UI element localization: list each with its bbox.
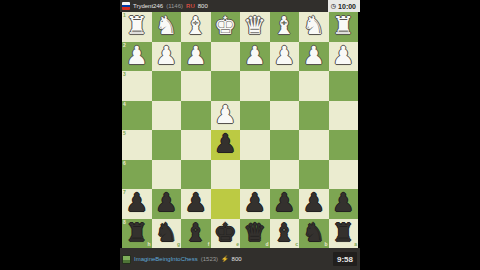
square-e3[interactable]	[211, 71, 241, 101]
square-d1[interactable]: ♛	[240, 12, 270, 42]
square-f5[interactable]	[181, 130, 211, 160]
black-rook-a8[interactable]: ♜	[332, 220, 354, 245]
rank-label-6: 6	[123, 161, 126, 166]
square-b1[interactable]: ♞	[299, 12, 329, 42]
rank-label-5: 5	[123, 131, 126, 136]
square-h5[interactable]: 5	[122, 130, 152, 160]
square-b8[interactable]: b♞	[299, 219, 329, 249]
square-d4[interactable]	[240, 101, 270, 131]
square-c5[interactable]	[270, 130, 300, 160]
white-pawn-b2[interactable]: ♟	[303, 43, 325, 68]
bottom-player-suffix: 800	[232, 256, 242, 262]
top-player-clock: ◷ 10:00	[328, 0, 360, 12]
black-queen-d8[interactable]: ♛	[244, 220, 266, 245]
square-a2[interactable]: ♟	[329, 42, 359, 72]
square-c2[interactable]: ♟	[270, 42, 300, 72]
file-label-a: a	[354, 242, 357, 247]
square-d3[interactable]	[240, 71, 270, 101]
game-view: Trydent246 (1146) RU 800 ◷ 10:00 1♜♞♝♚♛♝…	[120, 0, 360, 270]
bottom-player-name: ImagineBeingIntoChess	[134, 256, 198, 262]
white-pawn-g2[interactable]: ♟	[155, 43, 177, 68]
square-f3[interactable]	[181, 71, 211, 101]
file-label-e: e	[236, 242, 239, 247]
square-b7[interactable]: ♟	[299, 189, 329, 219]
square-f6[interactable]	[181, 160, 211, 190]
top-player-suffix: 800	[198, 3, 208, 9]
white-queen-d1[interactable]: ♛	[244, 13, 266, 38]
white-pawn-e4[interactable]: ♟	[214, 102, 236, 127]
black-pawn-e5[interactable]: ♟	[214, 131, 236, 156]
square-a7[interactable]: ♟	[329, 189, 359, 219]
square-e1[interactable]: ♚	[211, 12, 241, 42]
black-pawn-b7[interactable]: ♟	[303, 190, 325, 215]
square-a4[interactable]	[329, 101, 359, 131]
square-c8[interactable]: c♝	[270, 219, 300, 249]
square-d6[interactable]	[240, 160, 270, 190]
black-pawn-d7[interactable]: ♟	[244, 190, 266, 215]
square-e5[interactable]: ♟	[211, 130, 241, 160]
black-pawn-g7[interactable]: ♟	[155, 190, 177, 215]
square-e4[interactable]: ♟	[211, 101, 241, 131]
top-player-rating: (1146)	[166, 3, 183, 9]
square-h7[interactable]: 7♟	[122, 189, 152, 219]
bottom-player-avatar	[122, 255, 131, 264]
square-b5[interactable]	[299, 130, 329, 160]
bottom-clock-time: 9:58	[337, 255, 353, 264]
square-g7[interactable]: ♟	[152, 189, 182, 219]
square-h6[interactable]: 6	[122, 160, 152, 190]
square-a8[interactable]: a♜	[329, 219, 359, 249]
square-e2[interactable]	[211, 42, 241, 72]
square-d2[interactable]: ♟	[240, 42, 270, 72]
white-rook-h1[interactable]: ♜	[126, 13, 148, 38]
square-a6[interactable]	[329, 160, 359, 190]
square-h3[interactable]: 3	[122, 71, 152, 101]
square-d5[interactable]	[240, 130, 270, 160]
black-rook-h8[interactable]: ♜	[126, 220, 148, 245]
square-a3[interactable]	[329, 71, 359, 101]
square-b2[interactable]: ♟	[299, 42, 329, 72]
square-c6[interactable]	[270, 160, 300, 190]
black-pawn-h7[interactable]: ♟	[126, 190, 148, 215]
white-pawn-a2[interactable]: ♟	[332, 43, 354, 68]
square-h1[interactable]: 1♜	[122, 12, 152, 42]
white-bishop-f1[interactable]: ♝	[185, 13, 207, 38]
square-g2[interactable]: ♟	[152, 42, 182, 72]
square-f1[interactable]: ♝	[181, 12, 211, 42]
white-pawn-c2[interactable]: ♟	[273, 43, 295, 68]
black-pawn-a7[interactable]: ♟	[332, 190, 354, 215]
square-c7[interactable]: ♟	[270, 189, 300, 219]
square-b3[interactable]	[299, 71, 329, 101]
bottom-player-bar: ImagineBeingIntoChess (1523) ⚡ 800 9:58	[120, 248, 360, 270]
square-f4[interactable]	[181, 101, 211, 131]
russia-flag-avatar	[122, 2, 130, 10]
square-h2[interactable]: 2♟	[122, 42, 152, 72]
square-c1[interactable]: ♝	[270, 12, 300, 42]
square-f7[interactable]: ♟	[181, 189, 211, 219]
square-a5[interactable]	[329, 130, 359, 160]
white-pawn-h2[interactable]: ♟	[126, 43, 148, 68]
top-player-bar: Trydent246 (1146) RU 800 ◷ 10:00	[120, 0, 360, 12]
white-rook-a1[interactable]: ♜	[332, 13, 354, 38]
square-b6[interactable]	[299, 160, 329, 190]
rank-label-3: 3	[123, 72, 126, 77]
square-d7[interactable]: ♟	[240, 189, 270, 219]
bottom-player-rating: (1523)	[201, 256, 218, 262]
square-c4[interactable]	[270, 101, 300, 131]
black-king-e8[interactable]: ♚	[214, 220, 236, 245]
file-label-c: c	[295, 242, 298, 247]
square-d8[interactable]: d♛	[240, 219, 270, 249]
black-bishop-c8[interactable]: ♝	[273, 220, 295, 245]
square-a1[interactable]: ♜	[329, 12, 359, 42]
square-e8[interactable]: e♚	[211, 219, 241, 249]
square-g1[interactable]: ♞	[152, 12, 182, 42]
top-clock-time: 10:00	[338, 3, 356, 10]
screen: Trydent246 (1146) RU 800 ◷ 10:00 1♜♞♝♚♛♝…	[0, 0, 480, 270]
top-player-name: Trydent246	[133, 3, 163, 9]
bolt-badge-icon: ⚡	[221, 256, 229, 262]
square-g5[interactable]	[152, 130, 182, 160]
chess-board[interactable]: 1♜♞♝♚♛♝♞♜2♟♟♟♟♟♟♟34♟5♟67♟♟♟♟♟♟♟8h♜g♞f♝e♚…	[122, 12, 358, 248]
white-knight-g1[interactable]: ♞	[155, 13, 177, 38]
square-c3[interactable]	[270, 71, 300, 101]
square-g4[interactable]	[152, 101, 182, 131]
square-g3[interactable]	[152, 71, 182, 101]
black-pawn-c7[interactable]: ♟	[273, 190, 295, 215]
square-b4[interactable]	[299, 101, 329, 131]
white-king-e1[interactable]: ♚	[214, 13, 236, 38]
bottom-player-clock: 9:58	[333, 252, 357, 266]
square-f8[interactable]: f♝	[181, 219, 211, 249]
clock-icon: ◷	[331, 3, 336, 9]
white-bishop-c1[interactable]: ♝	[273, 13, 295, 38]
top-player-flair: RU	[186, 3, 195, 9]
square-g6[interactable]	[152, 160, 182, 190]
black-bishop-f8[interactable]: ♝	[185, 220, 207, 245]
black-knight-g8[interactable]: ♞	[155, 220, 177, 245]
square-g8[interactable]: g♞	[152, 219, 182, 249]
square-h8[interactable]: 8h♜	[122, 219, 152, 249]
rank-label-4: 4	[123, 102, 126, 107]
white-knight-b1[interactable]: ♞	[303, 13, 325, 38]
square-h4[interactable]: 4	[122, 101, 152, 131]
square-e6[interactable]	[211, 160, 241, 190]
black-pawn-f7[interactable]: ♟	[185, 190, 207, 215]
square-f2[interactable]: ♟	[181, 42, 211, 72]
black-knight-b8[interactable]: ♞	[303, 220, 325, 245]
file-label-f: f	[208, 242, 210, 247]
square-e7[interactable]	[211, 189, 241, 219]
white-pawn-f2[interactable]: ♟	[185, 43, 207, 68]
white-pawn-d2[interactable]: ♟	[244, 43, 266, 68]
